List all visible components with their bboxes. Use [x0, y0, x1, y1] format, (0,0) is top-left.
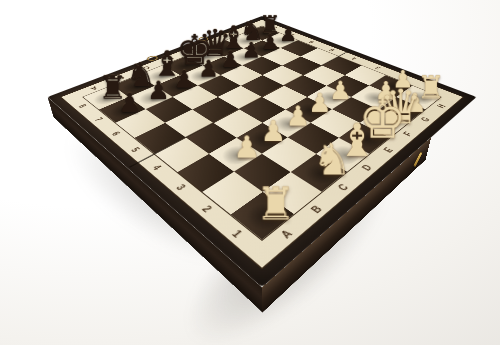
chess-board: ABCDEFGH ABCDEFGH 87654321 87654321 ♜♞♝♚… — [47, 16, 476, 288]
black-pawn-a7[interactable]: ♟ — [113, 90, 147, 116]
playing-grid: ♜♞♝♚♛♝♞♜♟♟♟♟♟♟♟♟♟♟♟♟♟♟♟♜♞♝♚♛♟♜ — [82, 26, 441, 241]
photo-scene: ABCDEFGH ABCDEFGH 87654321 87654321 ♜♞♝♚… — [0, 0, 500, 345]
white-knight-c1[interactable]: ♞ — [312, 138, 353, 182]
white-rook-a1[interactable]: ♜ — [253, 181, 299, 226]
brass-clasp-icon — [413, 151, 423, 166]
white-pawn-b3[interactable]: ♟ — [227, 133, 266, 163]
black-pawn-b7[interactable]: ♟ — [142, 78, 174, 103]
board-face: ABCDEFGH ABCDEFGH 87654321 87654321 ♜♞♝♚… — [47, 16, 476, 288]
